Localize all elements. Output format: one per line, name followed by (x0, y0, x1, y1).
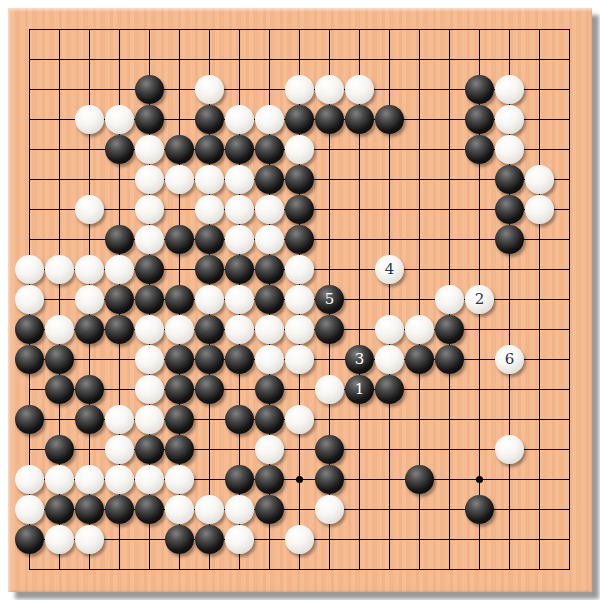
stone-white (315, 495, 344, 524)
stone-black (75, 405, 104, 434)
stone-black (135, 105, 164, 134)
move-stone-3: 3 (345, 345, 374, 374)
stone-white (375, 315, 404, 344)
stone-black (135, 495, 164, 524)
stone-black (255, 375, 284, 404)
stone-black (495, 165, 524, 194)
stone-white (195, 195, 224, 224)
stone-white (255, 345, 284, 374)
stone-white (195, 165, 224, 194)
stone-white (345, 75, 374, 104)
stone-black (105, 285, 134, 314)
stone-white (15, 255, 44, 284)
stone-black (255, 165, 284, 194)
stone-black (135, 285, 164, 314)
stone-black (465, 75, 494, 104)
stone-black (135, 435, 164, 464)
stone-black (435, 345, 464, 374)
stone-black (165, 225, 194, 254)
stone-white (135, 135, 164, 164)
stone-black (375, 375, 404, 404)
stone-white (135, 165, 164, 194)
stone-black (165, 375, 194, 404)
move-stone-2: 2 (465, 285, 494, 314)
stone-white (135, 225, 164, 254)
stone-black (45, 345, 74, 374)
stone-white (225, 195, 254, 224)
star-point (476, 476, 483, 483)
stone-white (285, 405, 314, 434)
stone-black (255, 465, 284, 494)
stone-white (285, 135, 314, 164)
stone-black (165, 285, 194, 314)
stone-black (255, 285, 284, 314)
stone-black (465, 495, 494, 524)
move-stone-4: 4 (375, 255, 404, 284)
stone-black (405, 465, 434, 494)
stone-black (315, 435, 344, 464)
stone-white (225, 225, 254, 254)
stone-white (285, 255, 314, 284)
stone-black (195, 255, 224, 284)
stone-white (255, 195, 284, 224)
stone-black (405, 345, 434, 374)
stone-black (165, 525, 194, 554)
move-number-label: 6 (505, 352, 515, 367)
stone-black (195, 105, 224, 134)
stone-black (105, 225, 134, 254)
stone-white (105, 465, 134, 494)
stone-black (75, 495, 104, 524)
move-stone-1: 1 (345, 375, 374, 404)
stone-white (75, 465, 104, 494)
stone-white (255, 315, 284, 344)
move-number-label: 3 (355, 352, 365, 367)
stone-white (435, 285, 464, 314)
stone-white (75, 285, 104, 314)
stone-white (495, 105, 524, 134)
stone-black (375, 105, 404, 134)
stone-black (195, 135, 224, 164)
stone-white (375, 345, 404, 374)
stone-black (255, 135, 284, 164)
stone-black (195, 375, 224, 404)
stone-black (495, 225, 524, 254)
stone-white (195, 495, 224, 524)
stone-black (75, 375, 104, 404)
stone-white (75, 525, 104, 554)
stone-white (165, 495, 194, 524)
stone-black (465, 135, 494, 164)
stone-black (225, 405, 254, 434)
stone-black (135, 75, 164, 104)
stone-white (255, 105, 284, 134)
stone-white (45, 525, 74, 554)
stone-white (315, 375, 344, 404)
stone-white (135, 195, 164, 224)
stone-black (435, 315, 464, 344)
stone-black (465, 105, 494, 134)
stone-white (495, 75, 524, 104)
stone-black (195, 525, 224, 554)
stone-black (285, 225, 314, 254)
stone-black (225, 135, 254, 164)
stone-black (45, 435, 74, 464)
stone-black (45, 495, 74, 524)
stone-black (15, 315, 44, 344)
stone-white (45, 465, 74, 494)
stone-white (165, 165, 194, 194)
stone-black (225, 465, 254, 494)
stone-black (105, 135, 134, 164)
stone-black (315, 105, 344, 134)
stone-black (15, 345, 44, 374)
stone-black (345, 105, 374, 134)
move-number-label: 4 (385, 262, 395, 277)
stone-black (15, 405, 44, 434)
stone-white (105, 255, 134, 284)
move-number-label: 5 (325, 292, 335, 307)
move-stone-5: 5 (315, 285, 344, 314)
stone-black (165, 435, 194, 464)
stone-white (45, 255, 74, 284)
stone-black (255, 255, 284, 284)
stone-white (135, 465, 164, 494)
stone-black (105, 495, 134, 524)
stone-white (285, 525, 314, 554)
stone-white (165, 315, 194, 344)
stone-white (495, 435, 524, 464)
move-number-label: 2 (475, 292, 485, 307)
stone-white (225, 105, 254, 134)
stone-black (315, 315, 344, 344)
stone-black (165, 405, 194, 434)
stone-white (225, 165, 254, 194)
stone-white (75, 195, 104, 224)
stone-white (15, 495, 44, 524)
stone-white (165, 465, 194, 494)
board-grid: 452361 (29, 29, 570, 570)
stone-white (15, 285, 44, 314)
stone-black (225, 255, 254, 284)
stone-black (105, 315, 134, 344)
stone-black (15, 525, 44, 554)
stone-black (165, 345, 194, 374)
move-number-label: 1 (355, 382, 365, 397)
stone-white (285, 285, 314, 314)
stone-white (135, 345, 164, 374)
stone-white (255, 225, 284, 254)
stone-black (165, 135, 194, 164)
stone-white (15, 465, 44, 494)
star-point (296, 476, 303, 483)
stone-white (45, 315, 74, 344)
stone-white (195, 75, 224, 104)
stone-black (315, 465, 344, 494)
stone-white (195, 285, 224, 314)
stone-white (105, 105, 134, 134)
stone-black (195, 225, 224, 254)
stone-black (135, 255, 164, 284)
stone-white (135, 375, 164, 404)
stone-white (225, 285, 254, 314)
stone-black (285, 105, 314, 134)
stone-white (105, 405, 134, 434)
stone-white (495, 135, 524, 164)
go-board[interactable]: 452361 (8, 8, 592, 592)
stone-black (195, 345, 224, 374)
move-stone-6: 6 (495, 345, 524, 374)
stone-white (225, 315, 254, 344)
stone-white (285, 75, 314, 104)
stone-black (285, 195, 314, 224)
stone-white (75, 255, 104, 284)
stone-black (495, 195, 524, 224)
stone-black (255, 495, 284, 524)
stone-white (75, 105, 104, 134)
stone-black (45, 375, 74, 404)
stone-black (285, 165, 314, 194)
stone-white (285, 315, 314, 344)
stone-black (225, 345, 254, 374)
stone-white (285, 345, 314, 374)
stone-black (195, 315, 224, 344)
stone-black (255, 405, 284, 434)
stone-black (75, 315, 104, 344)
stone-white (405, 315, 434, 344)
stone-white (135, 315, 164, 344)
stone-white (315, 75, 344, 104)
stone-white (135, 405, 164, 434)
stone-white (225, 495, 254, 524)
stone-white (105, 435, 134, 464)
stone-white (525, 165, 554, 194)
stone-white (225, 525, 254, 554)
stone-white (525, 195, 554, 224)
stone-white (255, 435, 284, 464)
